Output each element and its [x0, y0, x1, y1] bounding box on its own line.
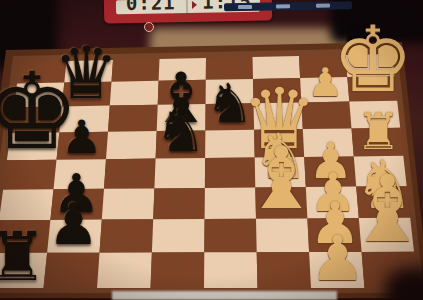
square-a6 [97, 253, 152, 289]
square-a7 [44, 253, 100, 288]
square-a2 [309, 252, 364, 288]
square-c2 [306, 187, 359, 219]
square-b2 [307, 218, 361, 252]
square-g3 [253, 78, 301, 103]
square-g8 [14, 83, 64, 108]
square-e4 [205, 130, 255, 158]
square-e3 [254, 129, 304, 157]
square-b1 [359, 218, 414, 252]
square-f1 [349, 101, 400, 129]
square-f4 [205, 103, 254, 130]
square-d5 [154, 158, 205, 188]
square-d1 [354, 156, 407, 187]
square-b5 [152, 219, 205, 253]
square-g4 [206, 79, 254, 104]
square-h4 [206, 57, 253, 80]
square-b7 [47, 220, 102, 253]
square-d3 [255, 157, 306, 188]
square-d8 [3, 160, 56, 190]
square-b8 [0, 220, 50, 253]
square-e1 [352, 128, 404, 157]
square-h7 [64, 60, 113, 83]
square-a5 [151, 252, 205, 288]
chess-board [0, 0, 423, 300]
square-b4 [204, 219, 256, 253]
square-c8 [0, 189, 54, 220]
square-g1 [347, 76, 397, 101]
broadcast-frame: 0:21 1:15 ♚♟♛♞♝♜♛♞♟♚♟♞♞♟♝♟♝♟♟♟♜ [0, 0, 423, 300]
square-a3 [257, 252, 311, 288]
square-c3 [255, 187, 307, 219]
square-d2 [304, 156, 356, 187]
square-d7 [54, 159, 107, 189]
square-h6 [112, 59, 160, 82]
square-h8 [17, 61, 66, 84]
square-c6 [102, 188, 155, 219]
square-c1 [356, 186, 410, 218]
square-f6 [108, 105, 158, 132]
square-c5 [153, 188, 205, 219]
square-g7 [62, 82, 112, 107]
square-a8 [0, 253, 47, 288]
square-b6 [100, 219, 154, 252]
square-e7 [57, 132, 109, 160]
square-f8 [11, 106, 62, 133]
square-g6 [110, 81, 159, 106]
square-e2 [303, 128, 354, 157]
square-c7 [50, 189, 104, 220]
square-c4 [205, 188, 256, 220]
square-e8 [7, 133, 59, 161]
square-a1 [362, 252, 418, 288]
square-f7 [59, 106, 110, 133]
square-f3 [254, 102, 303, 129]
square-h2 [299, 55, 347, 78]
square-d4 [205, 158, 255, 188]
square-h3 [253, 56, 301, 79]
square-e6 [106, 131, 157, 159]
square-b3 [256, 218, 309, 252]
square-h1 [346, 54, 395, 77]
square-f2 [301, 102, 351, 130]
square-f5 [157, 104, 206, 131]
square-a4 [204, 252, 258, 288]
square-d6 [104, 159, 156, 189]
square-g2 [300, 77, 349, 102]
square-h5 [159, 58, 206, 81]
square-g5 [158, 80, 206, 105]
square-e5 [156, 130, 206, 158]
